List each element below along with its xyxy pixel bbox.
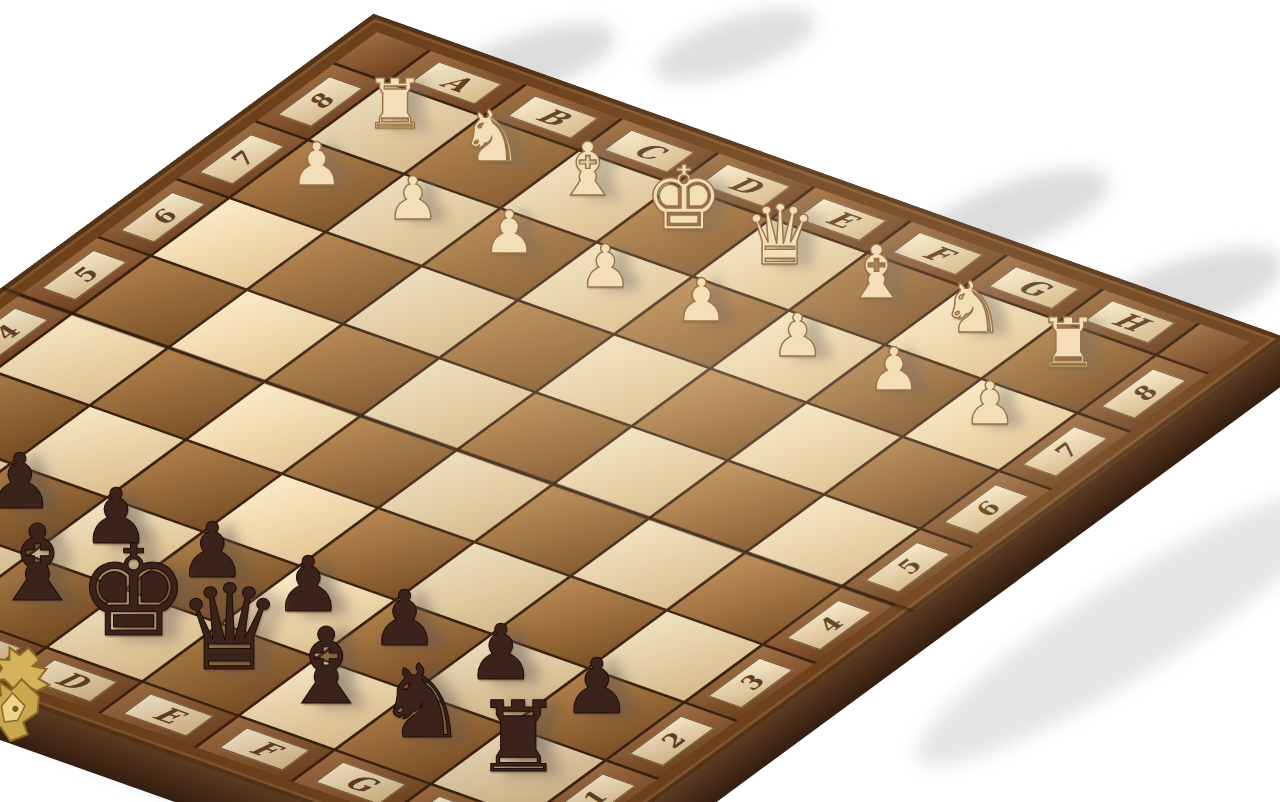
rank-number: 5 — [65, 266, 103, 285]
rank-number: 6 — [967, 500, 1005, 519]
board-frame: ABCDEFGH8877665544332211ABCDEFGH — [0, 14, 1280, 802]
file-letter: C — [628, 139, 671, 162]
file-letter: E — [821, 208, 863, 231]
rank-number: 1 — [574, 789, 612, 802]
rank-number: 3 — [731, 674, 769, 693]
file-letter: B — [531, 105, 575, 129]
file-letter: F — [917, 242, 957, 265]
rank-number: 4 — [0, 324, 25, 343]
chess-set-photo: ABCDEFGH8877665544332211ABCDEFGH ♜♞♝♚♛♝♞… — [0, 0, 1280, 802]
rank-number: 8 — [301, 92, 339, 111]
file-letter: D — [723, 173, 768, 197]
rank-number: 7 — [1046, 442, 1084, 461]
board-grid: ABCDEFGH8877665544332211ABCDEFGH — [0, 32, 1251, 802]
chess-board: ABCDEFGH8877665544332211ABCDEFGH — [0, 14, 1280, 802]
rank-number: 6 — [144, 208, 182, 227]
rank-number: 7 — [223, 150, 261, 169]
file-letter: H — [1107, 309, 1154, 334]
file-letter: F — [244, 738, 284, 761]
rank-number: 4 — [810, 616, 848, 635]
rank-number: 8 — [1125, 384, 1163, 403]
rank-number: 5 — [889, 558, 927, 577]
rank-number: 2 — [653, 731, 691, 750]
file-letter: A — [436, 71, 478, 94]
file-letter: G — [1012, 276, 1056, 300]
file-letter: E — [147, 703, 189, 726]
file-letter: G — [339, 771, 383, 795]
piece-shadow-blob — [646, 0, 825, 98]
